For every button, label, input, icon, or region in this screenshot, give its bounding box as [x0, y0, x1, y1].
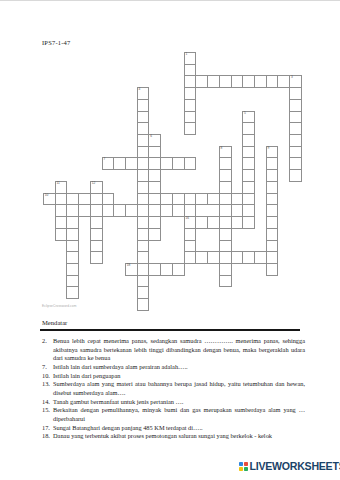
- word-across-18: 18: [125, 263, 185, 276]
- crossword-cell[interactable]: [137, 298, 150, 311]
- clue-text: Berkaitan dengan pemulihannya, minyak bu…: [53, 406, 305, 423]
- cell-number: 16: [185, 217, 189, 221]
- clue-number: 17.: [42, 424, 53, 433]
- clue-number: 13.: [42, 380, 53, 397]
- crossword-cell[interactable]: [266, 263, 279, 276]
- word-down-5: 5: [242, 111, 255, 229]
- clue-text: Istilah lain dari sumberdaya alam perair…: [53, 363, 305, 372]
- across-section-header: Mendatar: [42, 319, 67, 326]
- liveworksheets-grid-icon: [239, 462, 248, 471]
- crossword-cell[interactable]: [148, 228, 161, 241]
- clue-number: 7.: [42, 363, 53, 372]
- word-down-8: 8: [219, 146, 232, 288]
- cell-number: 12: [92, 182, 96, 186]
- clue-number: 2.: [42, 337, 53, 363]
- word-across-14: 14: [66, 204, 196, 217]
- word-down-1: 1: [184, 52, 197, 135]
- crossword-cell[interactable]: [289, 169, 302, 182]
- across-clues-list: 2.Benua lebih cepat menerima panas, seda…: [42, 337, 305, 441]
- cell-number: 8: [221, 147, 223, 151]
- crossword-cell[interactable]: [172, 263, 185, 276]
- worksheet-page: IPS7-1-47 271013141517181345689111216 Ec…: [0, 0, 340, 480]
- crossword-cell[interactable]: [90, 251, 103, 264]
- clue-number: 10.: [42, 372, 53, 381]
- cell-number: 5: [244, 112, 246, 116]
- clue-item: 7.Istilah lain dari sumberdaya alam pera…: [42, 363, 305, 372]
- word-down-9: 9: [266, 146, 279, 276]
- word-down-6: 6: [148, 134, 161, 240]
- word-down-16: 16: [184, 216, 197, 264]
- crossword-cell[interactable]: [242, 216, 255, 229]
- cell-number: 18: [127, 264, 131, 268]
- section-divider-line: [40, 329, 300, 331]
- clue-item: 10.Istilah lain dari penguapan: [42, 372, 305, 381]
- cell-number: 9: [267, 147, 269, 151]
- word-across-2: 2: [184, 75, 302, 88]
- clue-number: 15.: [42, 406, 53, 423]
- clue-item: 18.Danau yang terbentuk akibat proses pe…: [42, 432, 305, 441]
- worksheet-title: IPS7-1-47: [42, 39, 71, 46]
- clue-text: Danau yang terbentuk akibat proses pemot…: [53, 432, 305, 441]
- clue-text: Tanah gambut bermanfaat untuk jenis pert…: [53, 398, 305, 407]
- crossword-cell[interactable]: [66, 286, 79, 299]
- logo-square-green: [244, 467, 248, 471]
- cell-number: 1: [185, 53, 187, 57]
- logo-square-blue: [239, 462, 243, 466]
- clue-item: 14.Tanah gambut bermanfaat untuk jenis p…: [42, 398, 305, 407]
- clue-item: 17.Sungai Batanghari dengan panjang 485 …: [42, 424, 305, 433]
- clue-item: 13.Sumberdaya alam yang materi atau baha…: [42, 380, 305, 397]
- word-down-3: 3: [289, 75, 302, 181]
- cell-number: 10: [45, 194, 49, 198]
- liveworksheets-logo: LIVEWORKSHEETS: [239, 461, 340, 471]
- page-top-border: [0, 0, 340, 1]
- cell-number: 11: [57, 182, 60, 186]
- cell-number: 7: [103, 158, 105, 162]
- clue-item: 2.Benua lebih cepat menerima panas, seda…: [42, 337, 305, 363]
- clue-text: Sungai Batanghari dengan panjang 485 KM …: [53, 424, 305, 433]
- crossword-cell[interactable]: [184, 251, 197, 264]
- clue-number: 18.: [42, 432, 53, 441]
- crossword-cell[interactable]: [219, 275, 232, 288]
- crossword-cell[interactable]: [184, 157, 197, 170]
- word-down: [66, 204, 79, 299]
- clue-text: Sumberdaya alam yang materi atau bahanny…: [53, 380, 305, 397]
- clue-text: Benua lebih cepat menerima panas, sedang…: [53, 337, 305, 363]
- clue-number: 14.: [42, 398, 53, 407]
- cell-number: 4: [139, 88, 141, 92]
- crossword-cell[interactable]: [184, 122, 197, 135]
- clue-item: 15.Berkaitan dengan pemulihannya, minyak…: [42, 406, 305, 423]
- cell-number: 6: [150, 135, 152, 139]
- word-down-12: 12: [90, 181, 103, 264]
- cell-number: 3: [291, 76, 293, 80]
- clue-text: Istilah lain dari penguapan: [53, 372, 305, 381]
- logo-square-red: [244, 462, 248, 466]
- liveworksheets-logo-text: LIVEWORKSHEETS: [250, 461, 340, 471]
- logo-square-yellow: [239, 467, 243, 471]
- eclipsecrossword-watermark: EclipseCrossword.com: [42, 304, 76, 308]
